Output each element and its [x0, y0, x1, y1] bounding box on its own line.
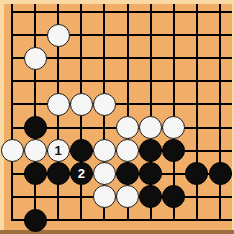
- white-stone: [24, 139, 47, 162]
- grid-line-horizontal: [11, 34, 232, 36]
- move-number-label: 1: [55, 144, 62, 157]
- black-stone: [24, 162, 47, 185]
- grid-line-vertical: [11, 4, 13, 221]
- black-stone: [209, 162, 232, 185]
- black-stone: [116, 162, 139, 185]
- black-stone: 2: [70, 162, 93, 185]
- black-stone: [139, 185, 162, 208]
- white-stone: [116, 185, 139, 208]
- white-stone: 1: [47, 139, 70, 162]
- white-stone: [93, 162, 116, 185]
- black-stone: [47, 162, 70, 185]
- white-stone: [47, 24, 70, 47]
- grid-line-horizontal: [11, 103, 232, 105]
- move-number-label: 2: [78, 167, 85, 180]
- board-grid-layer: 12: [0, 0, 234, 234]
- black-stone: [24, 116, 47, 139]
- grid-line-horizontal: [11, 80, 232, 82]
- white-stone: [116, 139, 139, 162]
- black-stone: [162, 185, 185, 208]
- grid-line-vertical: [219, 4, 221, 221]
- white-stone: [139, 116, 162, 139]
- white-stone: [1, 139, 24, 162]
- white-stone: [47, 93, 70, 116]
- black-stone: [185, 162, 208, 185]
- black-stone: [139, 139, 162, 162]
- grid-line-vertical: [196, 4, 198, 221]
- white-stone: [24, 47, 47, 70]
- white-stone: [162, 116, 185, 139]
- black-stone: [24, 209, 47, 232]
- white-stone: [116, 116, 139, 139]
- black-stone: [162, 139, 185, 162]
- black-stone: [70, 139, 93, 162]
- white-stone: [93, 139, 116, 162]
- white-stone: [70, 93, 93, 116]
- white-stone: [93, 93, 116, 116]
- grid-line-horizontal: [11, 11, 232, 13]
- white-stone: [93, 185, 116, 208]
- go-board-diagram: 12: [0, 0, 234, 234]
- grid-line-vertical: [34, 4, 36, 221]
- black-stone: [139, 162, 162, 185]
